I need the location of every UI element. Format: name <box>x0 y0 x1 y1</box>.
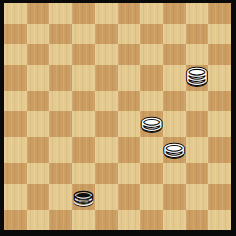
square-r7c9[interactable] <box>208 163 231 184</box>
square-30[interactable] <box>186 111 209 137</box>
square-48[interactable] <box>95 210 118 231</box>
square-5[interactable] <box>208 3 231 24</box>
square-r7c3[interactable] <box>72 163 95 184</box>
square-r0c8[interactable] <box>186 3 209 24</box>
square-r6c6[interactable] <box>140 137 163 163</box>
square-9[interactable] <box>140 24 163 45</box>
square-2[interactable] <box>72 3 95 24</box>
square-45[interactable] <box>208 184 231 210</box>
square-r1c9[interactable] <box>208 24 231 45</box>
square-r1c1[interactable] <box>27 24 50 45</box>
square-r9c3[interactable] <box>72 210 95 231</box>
square-r3c5[interactable] <box>118 65 141 91</box>
board-frame: ⛃⛂⛂⛂ <box>0 0 236 236</box>
square-23[interactable] <box>118 91 141 112</box>
square-r4c6[interactable] <box>140 91 163 112</box>
square-r5c1[interactable] <box>27 111 50 137</box>
square-r4c2[interactable] <box>49 91 72 112</box>
square-37[interactable] <box>49 163 72 184</box>
square-r8c4[interactable] <box>95 184 118 210</box>
square-15[interactable] <box>208 44 231 65</box>
square-r1c7[interactable] <box>163 24 186 45</box>
square-24[interactable] <box>163 91 186 112</box>
square-r5c3[interactable] <box>72 111 95 137</box>
square-35[interactable] <box>208 137 231 163</box>
square-r2c8[interactable] <box>186 44 209 65</box>
square-40[interactable] <box>186 163 209 184</box>
square-32[interactable] <box>72 137 95 163</box>
square-7[interactable] <box>49 24 72 45</box>
square-r7c5[interactable] <box>118 163 141 184</box>
square-r3c7[interactable] <box>163 65 186 91</box>
square-r3c9[interactable] <box>208 65 231 91</box>
square-42[interactable]: ⛂ <box>72 184 95 210</box>
square-49[interactable] <box>140 210 163 231</box>
square-r3c3[interactable] <box>72 65 95 91</box>
square-43[interactable] <box>118 184 141 210</box>
square-27[interactable] <box>49 111 72 137</box>
square-21[interactable] <box>27 91 50 112</box>
square-r6c4[interactable] <box>95 137 118 163</box>
square-r4c0[interactable] <box>4 91 27 112</box>
square-r5c9[interactable] <box>208 111 231 137</box>
square-r0c6[interactable] <box>140 3 163 24</box>
square-17[interactable] <box>49 65 72 91</box>
square-44[interactable] <box>163 184 186 210</box>
square-r2c6[interactable] <box>140 44 163 65</box>
square-r9c5[interactable] <box>118 210 141 231</box>
square-r9c9[interactable] <box>208 210 231 231</box>
square-r1c5[interactable] <box>118 24 141 45</box>
square-8[interactable] <box>95 24 118 45</box>
draughts-board: ⛃⛂⛂⛂ <box>4 3 231 230</box>
square-1[interactable] <box>27 3 50 24</box>
white-king[interactable]: ⛃ <box>186 65 208 89</box>
square-r6c2[interactable] <box>49 137 72 163</box>
square-46[interactable] <box>4 210 27 231</box>
square-r9c1[interactable] <box>27 210 50 231</box>
square-r1c3[interactable] <box>72 24 95 45</box>
square-r0c0[interactable] <box>4 3 27 24</box>
square-31[interactable] <box>27 137 50 163</box>
square-r6c0[interactable] <box>4 137 27 163</box>
square-47[interactable] <box>49 210 72 231</box>
square-4[interactable] <box>163 3 186 24</box>
square-20[interactable]: ⛃ <box>186 65 209 91</box>
square-r6c8[interactable] <box>186 137 209 163</box>
square-3[interactable] <box>118 3 141 24</box>
square-r9c7[interactable] <box>163 210 186 231</box>
square-38[interactable] <box>95 163 118 184</box>
square-6[interactable] <box>4 24 27 45</box>
square-50[interactable] <box>186 210 209 231</box>
square-11[interactable] <box>27 44 50 65</box>
square-25[interactable] <box>208 91 231 112</box>
square-r4c4[interactable] <box>95 91 118 112</box>
square-r0c2[interactable] <box>49 3 72 24</box>
square-r5c7[interactable] <box>163 111 186 137</box>
square-36[interactable] <box>4 163 27 184</box>
white-man[interactable]: ⛂ <box>141 111 163 135</box>
square-28[interactable] <box>95 111 118 137</box>
square-29[interactable]: ⛂ <box>140 111 163 137</box>
square-r5c5[interactable] <box>118 111 141 137</box>
square-r0c4[interactable] <box>95 3 118 24</box>
square-r8c0[interactable] <box>4 184 27 210</box>
white-man[interactable]: ⛂ <box>163 137 185 161</box>
square-r8c6[interactable] <box>140 184 163 210</box>
square-r7c1[interactable] <box>27 163 50 184</box>
square-26[interactable] <box>4 111 27 137</box>
square-16[interactable] <box>4 65 27 91</box>
square-12[interactable] <box>72 44 95 65</box>
square-r4c8[interactable] <box>186 91 209 112</box>
square-r2c4[interactable] <box>95 44 118 65</box>
square-r2c2[interactable] <box>49 44 72 65</box>
black-man[interactable]: ⛂ <box>73 184 95 208</box>
square-39[interactable] <box>140 163 163 184</box>
square-r8c2[interactable] <box>49 184 72 210</box>
square-10[interactable] <box>186 24 209 45</box>
square-41[interactable] <box>27 184 50 210</box>
square-r8c8[interactable] <box>186 184 209 210</box>
square-18[interactable] <box>95 65 118 91</box>
square-14[interactable] <box>163 44 186 65</box>
square-13[interactable] <box>118 44 141 65</box>
square-r7c7[interactable] <box>163 163 186 184</box>
square-22[interactable] <box>72 91 95 112</box>
square-19[interactable] <box>140 65 163 91</box>
square-r2c0[interactable] <box>4 44 27 65</box>
square-33[interactable] <box>118 137 141 163</box>
square-r3c1[interactable] <box>27 65 50 91</box>
square-34[interactable]: ⛂ <box>163 137 186 163</box>
